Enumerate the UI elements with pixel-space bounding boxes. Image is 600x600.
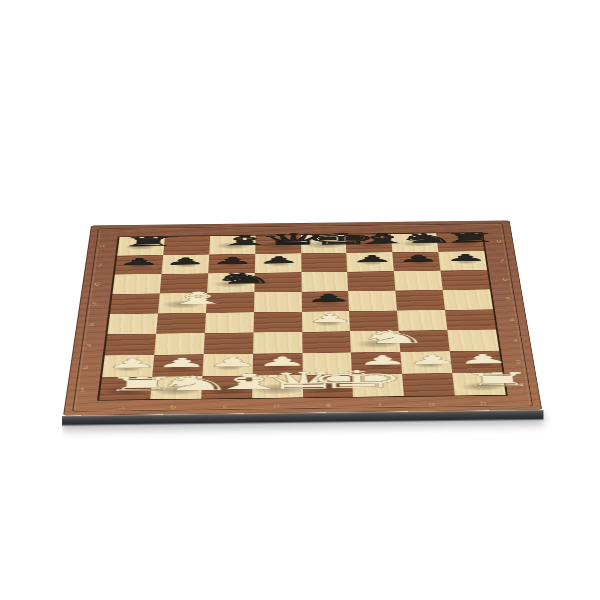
square-g6 <box>394 270 443 290</box>
square-d3 <box>253 332 302 354</box>
square-e2 <box>302 353 352 375</box>
rank-label-right-5: 5 <box>505 297 512 301</box>
square-h6 <box>441 270 490 290</box>
square-a6 <box>112 274 161 294</box>
square-f5 <box>348 290 397 311</box>
square-c2 <box>202 354 253 376</box>
square-h2 <box>450 351 503 373</box>
rank-label-right-6: 6 <box>502 277 509 281</box>
square-f1 <box>352 374 404 397</box>
chess-board: abcdefgh8765432187654321 ♜♝♛♚♝♞♜♟♟♟♟♟♟♟♞… <box>63 220 542 415</box>
square-h1 <box>452 373 505 396</box>
square-c1 <box>201 376 252 399</box>
square-e7 <box>301 253 348 272</box>
square-g2 <box>401 351 453 373</box>
perspective-scene: abcdefgh8765432187654321 ♜♝♛♚♝♞♜♟♟♟♟♟♟♟♞… <box>75 85 527 537</box>
product-photo-chess-board: abcdefgh8765432187654321 ♜♝♛♚♝♞♜♟♟♟♟♟♟♟♞… <box>0 0 600 600</box>
square-a5 <box>110 293 160 314</box>
square-f2 <box>351 352 402 374</box>
rank-label-left-8: 8 <box>99 244 105 248</box>
square-h5 <box>443 289 493 309</box>
square-e1 <box>302 374 353 397</box>
square-b1 <box>150 376 202 399</box>
square-d4 <box>253 312 302 333</box>
square-a3 <box>105 334 156 356</box>
square-f6 <box>348 271 396 291</box>
square-b2 <box>152 354 203 376</box>
rank-label-left-6: 6 <box>94 282 100 286</box>
square-h3 <box>447 330 499 352</box>
photo-tilt-wrapper: abcdefgh8765432187654321 ♜♝♛♚♝♞♜♟♟♟♟♟♟♟♞… <box>0 0 600 600</box>
square-e6 <box>301 272 348 292</box>
rank-label-left-7: 7 <box>96 263 102 267</box>
square-d1 <box>252 375 303 398</box>
rank-label-left-5: 5 <box>91 302 98 306</box>
square-a2 <box>102 355 154 377</box>
square-d5 <box>254 292 302 313</box>
square-d2 <box>252 353 302 375</box>
rank-label-right-7: 7 <box>499 258 505 262</box>
square-g1 <box>402 373 455 396</box>
square-g5 <box>396 290 445 311</box>
square-a1 <box>99 377 152 400</box>
